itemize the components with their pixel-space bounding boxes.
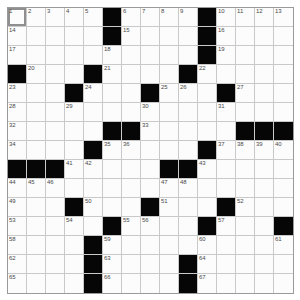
cell-r3c3[interactable]: [65, 65, 84, 84]
cell-r13c10[interactable]: 64: [198, 255, 217, 274]
clue-number-57: 57: [218, 217, 225, 224]
cell-r6c3[interactable]: [65, 122, 84, 141]
clue-number-54: 54: [66, 217, 73, 224]
cell-r4c13[interactable]: [255, 84, 274, 103]
cell-r2c13[interactable]: [255, 46, 274, 65]
cell-r11c1[interactable]: [27, 217, 46, 236]
cell-r2c3[interactable]: [65, 46, 84, 65]
black-cell-r8c0: [8, 160, 27, 179]
cell-r7c14[interactable]: 40: [274, 141, 293, 160]
cell-r4c12[interactable]: 27: [236, 84, 255, 103]
cell-r5c7[interactable]: 30: [141, 103, 160, 122]
cell-r4c0[interactable]: 23: [8, 84, 27, 103]
cell-r0c3[interactable]: 4: [65, 8, 84, 27]
cell-r14c2[interactable]: [46, 274, 65, 293]
cell-r13c12[interactable]: [236, 255, 255, 274]
black-cell-r6c5: [103, 122, 122, 141]
cell-r3c6[interactable]: [122, 65, 141, 84]
clue-number-21: 21: [104, 65, 111, 72]
clue-number-66: 66: [104, 274, 111, 281]
cell-r3c5[interactable]: 21: [103, 65, 122, 84]
cell-r0c13[interactable]: 12: [255, 8, 274, 27]
black-cell-r11c14: [274, 217, 293, 236]
cell-r11c12[interactable]: [236, 217, 255, 236]
cell-r7c8[interactable]: [160, 141, 179, 160]
cell-r0c11[interactable]: 10: [217, 8, 236, 27]
cell-r10c8[interactable]: 51: [160, 198, 179, 217]
clue-number-8: 8: [161, 8, 164, 15]
cell-r12c2[interactable]: [46, 236, 65, 255]
cell-r2c5[interactable]: 18: [103, 46, 122, 65]
clue-number-50: 50: [85, 198, 92, 205]
clue-number-38: 38: [237, 141, 244, 148]
cell-r9c0[interactable]: 44: [8, 179, 27, 198]
cell-r0c6[interactable]: 6: [122, 8, 141, 27]
cell-r9c12[interactable]: [236, 179, 255, 198]
cell-r1c12[interactable]: [236, 27, 255, 46]
cell-r12c10[interactable]: 60: [198, 236, 217, 255]
clue-number-22: 22: [199, 65, 206, 72]
black-cell-r12c4: [84, 236, 103, 255]
clue-number-44: 44: [9, 179, 16, 186]
clue-number-58: 58: [9, 236, 16, 243]
cell-r14c8[interactable]: [160, 274, 179, 293]
cell-r1c2[interactable]: [46, 27, 65, 46]
black-cell-r1c10: [198, 27, 217, 46]
clue-number-60: 60: [199, 236, 206, 243]
cell-r5c9[interactable]: [179, 103, 198, 122]
cell-r14c5[interactable]: 66: [103, 274, 122, 293]
cell-r4c9[interactable]: 26: [179, 84, 198, 103]
cell-r2c14[interactable]: [274, 46, 293, 65]
black-cell-r0c10: [198, 8, 217, 27]
clue-number-32: 32: [9, 122, 16, 129]
cell-r5c11[interactable]: 31: [217, 103, 236, 122]
black-cell-r8c1: [27, 160, 46, 179]
cell-r11c6[interactable]: 55: [122, 217, 141, 236]
cell-r14c7[interactable]: [141, 274, 160, 293]
cell-r7c12[interactable]: 38: [236, 141, 255, 160]
cell-r8c4[interactable]: 42: [84, 160, 103, 179]
cell-r12c3[interactable]: [65, 236, 84, 255]
clue-number-17: 17: [9, 46, 16, 53]
cell-r6c2[interactable]: [46, 122, 65, 141]
clue-number-11: 11: [237, 8, 243, 15]
black-cell-r10c7: [141, 198, 160, 217]
clue-number-40: 40: [275, 141, 282, 148]
cell-r1c6[interactable]: 15: [122, 27, 141, 46]
clue-number-41: 41: [66, 160, 73, 167]
clue-number-4: 4: [66, 8, 69, 15]
cell-r12c13[interactable]: [255, 236, 274, 255]
cell-r3c7[interactable]: [141, 65, 160, 84]
black-cell-r14c9: [179, 274, 198, 293]
black-cell-r4c7: [141, 84, 160, 103]
cell-r2c9[interactable]: [179, 46, 198, 65]
cell-r10c4[interactable]: 50: [84, 198, 103, 217]
cell-r11c7[interactable]: 56: [141, 217, 160, 236]
clue-number-62: 62: [9, 255, 16, 262]
cell-r0c8[interactable]: 8: [160, 8, 179, 27]
cell-r14c6[interactable]: [122, 274, 141, 293]
clue-number-35: 35: [104, 141, 111, 148]
clue-number-2: 2: [28, 8, 31, 15]
cell-r1c3[interactable]: [65, 27, 84, 46]
cell-r4c4[interactable]: 24: [84, 84, 103, 103]
cell-r12c14[interactable]: 61: [274, 236, 293, 255]
cell-r13c7[interactable]: [141, 255, 160, 274]
cell-r5c3[interactable]: 29: [65, 103, 84, 122]
cell-r5c1[interactable]: [27, 103, 46, 122]
cell-r10c12[interactable]: 52: [236, 198, 255, 217]
cell-r6c8[interactable]: [160, 122, 179, 141]
clue-number-59: 59: [104, 236, 111, 243]
cell-r7c9[interactable]: [179, 141, 198, 160]
clue-number-45: 45: [28, 179, 35, 186]
cell-r3c2[interactable]: [46, 65, 65, 84]
clue-number-64: 64: [199, 255, 206, 262]
cell-r7c1[interactable]: [27, 141, 46, 160]
cell-r4c8[interactable]: 25: [160, 84, 179, 103]
clue-number-27: 27: [237, 84, 244, 91]
black-cell-r4c11: [217, 84, 236, 103]
cell-r12c6[interactable]: [122, 236, 141, 255]
clue-number-47: 47: [161, 179, 168, 186]
cell-r13c5[interactable]: 63: [103, 255, 122, 274]
cell-r7c2[interactable]: [46, 141, 65, 160]
clue-number-14: 14: [9, 27, 16, 34]
clue-number-18: 18: [104, 46, 111, 53]
clue-number-49: 49: [9, 198, 16, 205]
black-cell-r10c11: [217, 198, 236, 217]
cell-r11c13[interactable]: [255, 217, 274, 236]
clue-number-39: 39: [256, 141, 263, 148]
black-cell-r10c3: [65, 198, 84, 217]
cell-r10c1[interactable]: [27, 198, 46, 217]
cell-r6c10[interactable]: [198, 122, 217, 141]
black-cell-r13c4: [84, 255, 103, 274]
clue-number-36: 36: [123, 141, 130, 148]
cell-r4c2[interactable]: [46, 84, 65, 103]
black-cell-r14c4: [84, 274, 103, 293]
cell-r1c14[interactable]: [274, 27, 293, 46]
cell-r12c5[interactable]: 59: [103, 236, 122, 255]
cell-r9c14[interactable]: [274, 179, 293, 198]
clue-number-37: 37: [218, 141, 225, 148]
clue-number-46: 46: [47, 179, 54, 186]
black-cell-r0c5: [103, 8, 122, 27]
cell-r13c0[interactable]: 62: [8, 255, 27, 274]
clue-number-63: 63: [104, 255, 111, 262]
cell-r0c9[interactable]: 9: [179, 8, 198, 27]
cell-r6c1[interactable]: [27, 122, 46, 141]
cell-r3c11[interactable]: [217, 65, 236, 84]
cell-r14c14[interactable]: [274, 274, 293, 293]
cell-r8c7[interactable]: [141, 160, 160, 179]
cell-r14c0[interactable]: 65: [8, 274, 27, 293]
cell-r3c8[interactable]: [160, 65, 179, 84]
cell-r6c11[interactable]: [217, 122, 236, 141]
black-cell-r6c13: [255, 122, 274, 141]
cell-r4c1[interactable]: [27, 84, 46, 103]
cell-r14c11[interactable]: [217, 274, 236, 293]
cell-r9c13[interactable]: [255, 179, 274, 198]
cell-r3c13[interactable]: [255, 65, 274, 84]
black-cell-r8c8: [160, 160, 179, 179]
cell-r8c3[interactable]: 41: [65, 160, 84, 179]
cell-r5c10[interactable]: [198, 103, 217, 122]
clue-number-29: 29: [66, 103, 73, 110]
cell-r13c13[interactable]: [255, 255, 274, 274]
cell-r10c0[interactable]: 49: [8, 198, 27, 217]
clue-number-9: 9: [180, 8, 183, 15]
cell-r8c14[interactable]: [274, 160, 293, 179]
clue-number-28: 28: [9, 103, 16, 110]
cell-r13c14[interactable]: [274, 255, 293, 274]
crossword-app: 1234567891011121314151617181920212223242…: [0, 0, 300, 300]
cell-r6c9[interactable]: [179, 122, 198, 141]
cell-r1c11[interactable]: 16: [217, 27, 236, 46]
cell-r10c5[interactable]: [103, 198, 122, 217]
cell-r0c4[interactable]: 5: [84, 8, 103, 27]
clue-number-15: 15: [123, 27, 130, 34]
cell-r1c1[interactable]: [27, 27, 46, 46]
cell-r0c2[interactable]: 3: [46, 8, 65, 27]
cell-r2c4[interactable]: [84, 46, 103, 65]
cell-r0c0[interactable]: 1: [8, 8, 27, 27]
cell-r1c4[interactable]: [84, 27, 103, 46]
cell-r2c7[interactable]: [141, 46, 160, 65]
cell-r3c10[interactable]: 22: [198, 65, 217, 84]
cell-r11c9[interactable]: [179, 217, 198, 236]
clue-number-6: 6: [123, 8, 126, 15]
cell-r9c9[interactable]: 48: [179, 179, 198, 198]
clue-number-16: 16: [218, 27, 225, 34]
clue-number-10: 10: [218, 8, 225, 15]
cell-r10c9[interactable]: [179, 198, 198, 217]
cell-r5c6[interactable]: [122, 103, 141, 122]
clue-number-19: 19: [218, 46, 225, 53]
cell-r4c14[interactable]: [274, 84, 293, 103]
cell-r8c11[interactable]: [217, 160, 236, 179]
clue-number-12: 12: [256, 8, 263, 15]
black-cell-r3c4: [84, 65, 103, 84]
cell-r7c3[interactable]: [65, 141, 84, 160]
black-cell-r11c5: [103, 217, 122, 236]
cell-r5c12[interactable]: [236, 103, 255, 122]
cell-r0c14[interactable]: 13: [274, 8, 293, 27]
black-cell-r7c10: [198, 141, 217, 160]
cell-r10c10[interactable]: [198, 198, 217, 217]
cell-r7c5[interactable]: 35: [103, 141, 122, 160]
clue-number-26: 26: [180, 84, 187, 91]
cell-r9c2[interactable]: 46: [46, 179, 65, 198]
clue-number-67: 67: [199, 274, 206, 281]
clue-number-20: 20: [28, 65, 35, 72]
cell-r14c13[interactable]: [255, 274, 274, 293]
cell-r9c6[interactable]: [122, 179, 141, 198]
cell-r0c7[interactable]: 7: [141, 8, 160, 27]
clue-number-23: 23: [9, 84, 16, 91]
cell-r8c10[interactable]: 43: [198, 160, 217, 179]
cell-r13c2[interactable]: [46, 255, 65, 274]
black-cell-r13c9: [179, 255, 198, 274]
cell-r5c5[interactable]: [103, 103, 122, 122]
cell-r10c2[interactable]: [46, 198, 65, 217]
cell-r11c4[interactable]: [84, 217, 103, 236]
cell-r4c6[interactable]: [122, 84, 141, 103]
clue-number-43: 43: [199, 160, 206, 167]
cell-r5c4[interactable]: [84, 103, 103, 122]
cell-r12c8[interactable]: [160, 236, 179, 255]
black-cell-r8c9: [179, 160, 198, 179]
cell-r6c7[interactable]: 33: [141, 122, 160, 141]
clue-number-7: 7: [142, 8, 145, 15]
cell-r11c11[interactable]: 57: [217, 217, 236, 236]
cell-r14c10[interactable]: 67: [198, 274, 217, 293]
cell-r7c0[interactable]: 34: [8, 141, 27, 160]
clue-number-52: 52: [237, 198, 244, 205]
cell-r13c8[interactable]: [160, 255, 179, 274]
cell-r10c13[interactable]: [255, 198, 274, 217]
black-cell-r8c2: [46, 160, 65, 179]
cell-r2c11[interactable]: 19: [217, 46, 236, 65]
cell-r8c6[interactable]: [122, 160, 141, 179]
clue-number-34: 34: [9, 141, 16, 148]
cell-r7c6[interactable]: 36: [122, 141, 141, 160]
cell-r7c13[interactable]: 39: [255, 141, 274, 160]
black-cell-r7c4: [84, 141, 103, 160]
cell-r12c9[interactable]: [179, 236, 198, 255]
cell-r9c10[interactable]: [198, 179, 217, 198]
cell-r12c12[interactable]: [236, 236, 255, 255]
clue-number-3: 3: [47, 8, 50, 15]
cell-r1c8[interactable]: [160, 27, 179, 46]
cell-r7c7[interactable]: [141, 141, 160, 160]
cell-r9c4[interactable]: [84, 179, 103, 198]
clue-number-56: 56: [142, 217, 149, 224]
cell-r13c6[interactable]: [122, 255, 141, 274]
cell-r4c5[interactable]: [103, 84, 122, 103]
cell-r8c13[interactable]: [255, 160, 274, 179]
cell-r8c12[interactable]: [236, 160, 255, 179]
cell-r14c3[interactable]: [65, 274, 84, 293]
cell-r13c1[interactable]: [27, 255, 46, 274]
clue-number-5: 5: [85, 8, 88, 15]
clue-number-61: 61: [275, 236, 282, 243]
clue-number-65: 65: [9, 274, 16, 281]
black-cell-r6c6: [122, 122, 141, 141]
cell-r1c9[interactable]: [179, 27, 198, 46]
cell-r2c0[interactable]: 17: [8, 46, 27, 65]
cell-r9c1[interactable]: 45: [27, 179, 46, 198]
cell-r2c12[interactable]: [236, 46, 255, 65]
cell-r9c11[interactable]: [217, 179, 236, 198]
cell-r13c11[interactable]: [217, 255, 236, 274]
cell-r12c0[interactable]: 58: [8, 236, 27, 255]
cell-r14c12[interactable]: [236, 274, 255, 293]
cell-r1c0[interactable]: 14: [8, 27, 27, 46]
cell-r11c3[interactable]: 54: [65, 217, 84, 236]
clue-number-13: 13: [275, 8, 282, 15]
clue-number-55: 55: [123, 217, 130, 224]
black-cell-r11c10: [198, 217, 217, 236]
black-cell-r3c9: [179, 65, 198, 84]
crossword-board: 1234567891011121314151617181920212223242…: [7, 7, 294, 294]
cell-r5c8[interactable]: [160, 103, 179, 122]
clue-number-1: 1: [9, 8, 12, 15]
clue-number-33: 33: [142, 122, 149, 129]
cell-r1c13[interactable]: [255, 27, 274, 46]
black-cell-r1c5: [103, 27, 122, 46]
cell-r5c14[interactable]: [274, 103, 293, 122]
black-cell-r6c12: [236, 122, 255, 141]
clue-number-24: 24: [85, 84, 92, 91]
cell-r4c10[interactable]: [198, 84, 217, 103]
clue-number-48: 48: [180, 179, 187, 186]
cell-r14c1[interactable]: [27, 274, 46, 293]
cell-r7c11[interactable]: 37: [217, 141, 236, 160]
cell-r1c7[interactable]: [141, 27, 160, 46]
black-cell-r4c3: [65, 84, 84, 103]
cell-r11c8[interactable]: [160, 217, 179, 236]
cell-r12c1[interactable]: [27, 236, 46, 255]
cell-r6c4[interactable]: [84, 122, 103, 141]
cell-r9c7[interactable]: [141, 179, 160, 198]
cell-r5c13[interactable]: [255, 103, 274, 122]
cell-r12c7[interactable]: [141, 236, 160, 255]
cell-r2c1[interactable]: [27, 46, 46, 65]
cell-r9c3[interactable]: [65, 179, 84, 198]
clue-number-25: 25: [161, 84, 168, 91]
cell-r0c12[interactable]: 11: [236, 8, 255, 27]
cell-r2c8[interactable]: [160, 46, 179, 65]
cell-r2c6[interactable]: [122, 46, 141, 65]
black-cell-r3c0: [8, 65, 27, 84]
cell-r5c2[interactable]: [46, 103, 65, 122]
clue-number-42: 42: [85, 160, 92, 167]
clue-number-51: 51: [161, 198, 168, 205]
cell-r8c5[interactable]: [103, 160, 122, 179]
clue-number-53: 53: [9, 217, 16, 224]
cell-r10c14[interactable]: [274, 198, 293, 217]
clue-number-31: 31: [218, 103, 225, 110]
cell-r9c5[interactable]: [103, 179, 122, 198]
cell-r11c0[interactable]: 53: [8, 217, 27, 236]
cell-r12c11[interactable]: [217, 236, 236, 255]
black-cell-r6c14: [274, 122, 293, 141]
cell-r3c1[interactable]: 20: [27, 65, 46, 84]
cell-r5c0[interactable]: 28: [8, 103, 27, 122]
clue-number-30: 30: [142, 103, 149, 110]
cell-r3c12[interactable]: [236, 65, 255, 84]
cell-r6c0[interactable]: 32: [8, 122, 27, 141]
cell-r0c1[interactable]: 2: [27, 8, 46, 27]
cell-r10c6[interactable]: [122, 198, 141, 217]
black-cell-r2c10: [198, 46, 217, 65]
cell-r2c2[interactable]: [46, 46, 65, 65]
cell-r13c3[interactable]: [65, 255, 84, 274]
cell-r9c8[interactable]: 47: [160, 179, 179, 198]
cell-r3c14[interactable]: [274, 65, 293, 84]
cell-r11c2[interactable]: [46, 217, 65, 236]
